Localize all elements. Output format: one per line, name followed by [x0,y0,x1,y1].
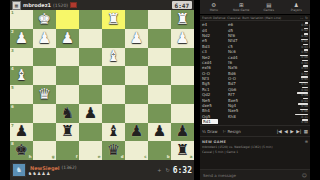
move-row: Rc1Qb60:04 [200,87,310,92]
board: 1♚♜♜2♟♟♟♟♟3♝4♝5♛6♞♟7♟♜♝♟♟♟8h♚gfed♛cba♜ [10,10,194,160]
white-pawn[interactable]: ♟ [15,31,28,46]
white-move[interactable]: Nd2 [202,33,228,38]
move-time-value: 0:05 [301,78,308,81]
move-time: 0:06 [286,109,308,114]
app-window: ▦ mbrodez1 (1520) 6:47 1♚♜♜2♟♟♟♟♟3♝4♝5♛6… [0,0,320,180]
game-info-title: NEW GAME [202,140,226,144]
move-time: 0:04 [286,87,308,92]
rank-label: 6 [11,105,14,109]
move-time-value: 0:06 [301,110,308,113]
chat-input-bar: Send a message ☺ [200,169,310,180]
white-move[interactable]: O-O [202,71,228,76]
move-row: O-OBd60:02 [200,71,310,76]
tab-label: New Game [233,8,249,12]
move-time: 0:07 [286,82,308,87]
square-a6[interactable] [171,104,194,123]
move-time-value: 0:02 [301,51,308,54]
square-a5[interactable] [171,85,194,104]
square-g6[interactable] [33,104,56,123]
move-row: c3Nc60:02 [200,49,310,54]
rank-label: 4 [11,67,14,71]
chat-area [200,155,310,169]
black-king[interactable]: ♚ [15,143,28,158]
move-row: Ne5Bxe50:03 [200,97,310,102]
rank-label: 5 [11,86,14,90]
move-time: 0:02 [286,71,308,76]
move-row: Nd2Nf60:02 [200,33,310,38]
white-bishop[interactable]: ♝ [107,49,120,64]
top-player-name[interactable]: mbrodez1 [23,2,51,8]
square-g4[interactable] [33,66,56,85]
white-pawn[interactable]: ♟ [176,31,189,46]
prev-move-button[interactable]: ◀ [284,129,287,134]
black-move[interactable]: Nf6 [228,33,258,38]
move-navigation: |◀◀▶▶|▦ [274,129,308,134]
games-icon: ▤ [266,2,271,8]
rank-label: 2 [11,30,14,34]
move-time-value: 0:03 [301,46,308,49]
move-list: e4e60:01d4d50:02Nd2Nf60:02e5Nfd70:05Bd3c… [200,21,310,125]
square-c7[interactable]: ♟ [125,123,148,142]
black-move[interactable]: Nfd7 [228,38,258,43]
file-label: c [144,155,146,159]
square-e2[interactable] [79,29,102,48]
square-h2[interactable]: 2♟ [10,29,33,48]
tab-label: Games [264,8,275,12]
white-move[interactable]: e4 [202,22,228,27]
opening-name: French Defense: Classical, Burn Variatio… [202,16,299,20]
players-icon: ♟ [294,2,299,8]
square-d1[interactable]: ♜ [102,10,125,29]
square-h3[interactable]: 3 [10,48,33,67]
square-c5[interactable] [125,85,148,104]
captured-pieces: ♞♞♟♟♟ [28,171,51,176]
black-move[interactable]: d5 [228,28,258,33]
square-e4[interactable] [79,66,102,85]
move-time: 0:01 [286,22,308,27]
white-pawn[interactable]: ♟ [130,31,143,46]
move-row: Rd10:04 [200,119,310,124]
top-player-bar: ▦ mbrodez1 (1520) 6:47 [10,0,194,10]
chat-input[interactable]: Send a message [203,173,302,178]
refresh-icon[interactable]: ↻ [305,16,308,20]
move-row: Nf3O-O0:05 [200,76,310,81]
white-move[interactable]: Bg5 [202,81,228,86]
move-time-value: 0:03 [301,100,308,103]
square-h5[interactable]: 5 [10,85,33,104]
square-b6[interactable] [148,104,171,123]
file-label: e [98,155,101,159]
move-time: 0:04 [286,60,308,65]
black-pawn[interactable]: ♟ [15,124,28,139]
move-time: 0:02 [286,28,308,33]
top-player-clock: 6:47 [172,1,192,9]
square-e3[interactable] [79,48,102,67]
tab-menu[interactable]: ⚙Menu [200,0,228,14]
game-info-settings: Casual | 5 min | Game 1 [202,150,308,154]
last-move-button[interactable]: ▶| [296,129,301,134]
move-time-value: 0:04 [301,62,308,65]
white-rook[interactable]: ♜ [107,12,120,27]
analysis-board-button[interactable]: ▦ [304,129,308,134]
square-f5[interactable] [56,85,79,104]
move-time-value: 0:02 [301,29,308,32]
tab-bar: ⚙Menu⊞New Game▤Games♟Players [200,0,310,15]
black-move[interactable]: c5 [228,44,258,49]
square-c3[interactable] [125,48,148,67]
move-time-value: 0:01 [301,24,308,27]
black-move[interactable]: Kh8 [228,114,258,119]
new-game-icon: ⊞ [239,2,244,8]
move-time-value: 0:02 [301,73,308,76]
move-row: exf6Nxf60:03 [200,65,310,70]
move-row: Bg5Bd70:07 [200,81,310,86]
board-column: ▦ mbrodez1 (1520) 6:47 1♚♜♜2♟♟♟♟♟3♝4♝5♛6… [10,0,194,180]
move-row: e5Nfd70:05 [200,38,310,43]
white-move[interactable]: Rd1 [202,119,218,124]
white-move[interactable]: d4 [202,28,228,33]
square-d2[interactable] [102,29,125,48]
square-a8[interactable]: a♜ [171,141,194,160]
white-move[interactable]: Qd2 [202,92,228,97]
square-f3[interactable] [56,48,79,67]
smiley-icon[interactable]: ☺ [302,172,307,178]
move-time: 0:02 [286,33,308,38]
square-c1[interactable] [125,10,148,29]
square-e6[interactable]: ♟ [79,104,102,123]
move-time: 0:03 [286,44,308,49]
move-time: 0:11 [286,114,308,119]
white-move[interactable]: Ne5 [202,98,228,103]
white-move[interactable]: dxe5 [202,103,228,108]
square-e7[interactable] [79,123,102,142]
square-h4[interactable]: 4♝ [10,66,33,85]
move-time: 0:04 [286,119,308,124]
square-g5[interactable]: ♛ [33,85,56,104]
black-move[interactable]: Bd6 [228,71,258,76]
move-row: d4d50:02 [200,27,310,32]
rank-label: 3 [11,49,14,53]
white-move[interactable]: cxd4 [202,60,228,65]
menu-icon: ⚙ [211,2,216,8]
move-time-value: 0:08 [301,105,308,108]
black-move[interactable]: Qb6 [228,87,258,92]
square-d7[interactable]: ♝ [102,123,125,142]
white-pawn[interactable]: ♟ [38,31,51,46]
square-h1[interactable]: 1 [10,10,33,29]
white-move[interactable]: Rc1 [202,87,228,92]
move-time-value: 0:02 [301,35,308,38]
tab-label: Menu [210,8,218,12]
move-row: cxd4f60:04 [200,60,310,65]
file-label: b [167,155,170,159]
square-a1[interactable]: ♜ [171,10,194,29]
move-time-value: 0:07 [301,83,308,86]
country-flag-icon [70,2,77,8]
black-queen[interactable]: ♛ [107,143,120,158]
move-time: 0:03 [286,98,308,103]
square-h6[interactable]: 6 [10,104,33,123]
tab-games[interactable]: ▤Games [255,0,283,14]
square-e1[interactable] [79,10,102,29]
white-move[interactable]: Ne2 [202,55,228,60]
square-h7[interactable]: 7♟ [10,123,33,142]
square-d4[interactable] [102,66,125,85]
avatar[interactable]: ▦ [12,1,21,10]
move-row: e4e60:01 [200,22,310,27]
move-time: 0:05 [286,39,308,44]
black-pawn[interactable]: ♟ [84,106,97,121]
square-f8[interactable]: f [56,141,79,160]
square-c2[interactable]: ♟ [125,29,148,48]
move-row: Qg5Kh80:11 [200,114,310,119]
square-g7[interactable] [33,123,56,142]
move-time-value: 0:11 [301,116,308,119]
bottom-player-clock: 6:32 [173,166,192,175]
white-move[interactable]: Bh4 [202,108,228,113]
square-a4[interactable] [171,66,194,85]
square-g2[interactable]: ♟ [33,29,56,48]
square-d8[interactable]: d♛ [102,141,125,160]
move-time: 0:03 [286,65,308,70]
move-row: Qd2Rf70:09 [200,92,310,97]
white-move[interactable]: e5 [202,38,228,43]
black-move[interactable]: Nxe5 [228,108,258,113]
game-info-players: mbrodez1 (1520) vs. NewSiegel (1362) (5 … [202,145,308,149]
square-b3[interactable] [148,48,171,67]
game-info: NEW GAME ⊕ mbrodez1 (1520) vs. NewSiegel… [200,136,310,155]
white-move[interactable]: Nf3 [202,76,228,81]
file-label: a [190,155,193,159]
move-time: 0:06 [286,55,308,60]
first-move-button[interactable]: |◀ [277,129,282,134]
square-d6[interactable] [102,104,125,123]
plus-circle-icon[interactable]: ⊕ [305,139,308,144]
next-move-button[interactable]: ▶ [290,129,293,134]
tab-new-game[interactable]: ⊞New Game [228,0,256,14]
bottom-player-rating: (1362) [62,165,77,170]
black-rook[interactable]: ♜ [61,124,74,139]
game-controls: ½ Draw ⚐ Resign |◀◀▶▶|▦ [200,125,310,136]
move-time-value: 0:05 [301,40,308,43]
square-b7[interactable]: ♟ [148,123,171,142]
resign-button[interactable]: ⚐ Resign [223,129,241,134]
square-c8[interactable]: c [125,141,148,160]
square-g8[interactable]: g [33,141,56,160]
square-b4[interactable] [148,66,171,85]
black-pawn[interactable]: ♟ [176,124,189,139]
white-pawn[interactable]: ♟ [61,31,74,46]
draw-button[interactable]: ½ Draw [202,129,218,134]
square-f6[interactable]: ♞ [56,104,79,123]
black-move[interactable]: cxd4 [228,55,258,60]
move-time-value: 0:04 [301,121,308,124]
settings-icon[interactable]: ↻ [166,167,170,173]
white-move[interactable]: Qg5 [202,114,228,119]
move-time-value: 0:04 [301,89,308,92]
tab-players[interactable]: ♟Players [283,0,311,14]
square-e8[interactable]: e [79,141,102,160]
avatar[interactable]: ♞ [12,163,26,177]
square-c4[interactable] [125,66,148,85]
black-move[interactable]: Nc6 [228,49,258,54]
black-rook[interactable]: ♜ [176,143,189,158]
square-a7[interactable]: ♟ [171,123,194,142]
rank-label: 1 [11,11,14,15]
black-move[interactable]: O-O [228,76,258,81]
move-time: 0:02 [286,49,308,54]
black-move[interactable]: f6 [228,60,258,65]
square-g3[interactable] [33,48,56,67]
white-move[interactable]: c3 [202,49,228,54]
square-b8[interactable]: b [148,141,171,160]
black-move[interactable]: Ng4 [228,103,258,108]
flip-board-icon[interactable]: ⛶ [301,16,303,20]
white-rook[interactable]: ♜ [176,12,189,27]
move-time: 0:05 [286,76,308,81]
square-f4[interactable] [56,66,79,85]
square-b2[interactable] [148,29,171,48]
file-label: f [76,155,78,159]
square-a3[interactable] [171,48,194,67]
square-h8[interactable]: 8h♚ [10,141,33,160]
black-pawn[interactable]: ♟ [130,124,143,139]
square-f2[interactable]: ♟ [56,29,79,48]
black-move[interactable]: Rf7 [228,92,258,97]
move-time-value: 0:09 [301,94,308,97]
move-row: Ne2cxd40:06 [200,54,310,59]
file-label: d [121,155,124,159]
move-time-value: 0:06 [301,56,308,59]
rank-label: 7 [11,124,14,128]
white-queen[interactable]: ♛ [38,87,51,102]
bottom-player-bar: ♞ NewSiegel (1362) ♞♞♟♟♟ + ↻ 6:32 [10,160,194,180]
square-e5[interactable] [79,85,102,104]
file-label: g [52,155,55,159]
white-bishop[interactable]: ♝ [15,68,28,83]
white-move[interactable]: Bd3 [202,44,228,49]
move-row: dxe5Ng40:08 [200,103,310,108]
white-move[interactable]: exf6 [202,65,228,70]
black-pawn[interactable]: ♟ [153,124,166,139]
square-d3[interactable]: ♝ [102,48,125,67]
tab-label: Players [291,8,302,12]
scrollbar[interactable] [309,24,311,48]
square-f7[interactable]: ♜ [56,123,79,142]
square-a2[interactable]: ♟ [171,29,194,48]
black-bishop[interactable]: ♝ [107,124,120,139]
add-time-icon[interactable]: + [157,167,161,173]
move-time: 0:09 [286,92,308,97]
file-label: h [29,155,32,159]
black-move[interactable]: e6 [228,22,258,27]
square-d5[interactable] [102,85,125,104]
side-panel: ⚙Menu⊞New Game▤Games♟Players French Defe… [200,0,310,180]
square-f1[interactable] [56,10,79,29]
square-b1[interactable] [148,10,171,29]
top-player-rating: (1520) [53,3,68,8]
move-row: Bh4Nxe50:06 [200,108,310,113]
white-king[interactable]: ♚ [38,12,51,27]
move-row: Bd3c50:03 [200,44,310,49]
move-time: 0:08 [286,103,308,108]
square-g1[interactable]: ♚ [33,10,56,29]
rank-label: 8 [11,142,14,146]
black-knight[interactable]: ♞ [61,106,74,121]
move-time-value: 0:03 [301,67,308,70]
black-move[interactable]: Bd7 [228,81,258,86]
black-move[interactable]: Nxf6 [228,65,258,70]
black-move[interactable]: Bxe5 [228,98,258,103]
square-b5[interactable] [148,85,171,104]
square-c6[interactable] [125,104,148,123]
